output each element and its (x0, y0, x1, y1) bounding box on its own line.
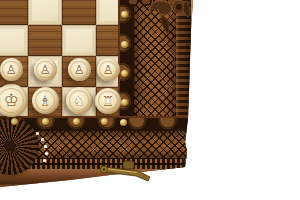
pawn-glyph: ♙ (74, 64, 85, 76)
inlay-dot (45, 152, 48, 155)
square-e4 (0, 0, 28, 25)
inlay-dot (36, 132, 39, 135)
square-e3 (0, 25, 28, 56)
brass-pin (121, 11, 128, 18)
square-g3 (62, 25, 96, 56)
piece-white-pawn-h2: ♙ (97, 58, 120, 81)
rook-glyph: ♖ (102, 94, 115, 108)
inlay-dot (43, 159, 46, 162)
inlay-dot (41, 138, 44, 141)
brass-pin (73, 118, 80, 125)
piece-white-pawn-f2: ♙ (34, 58, 57, 81)
piece-white-pawn-g2: ♙ (68, 58, 91, 81)
inlay-dot (44, 145, 47, 148)
pawn-glyph: ♙ (6, 64, 17, 76)
piece-white-bishop-f1: ♗ (32, 87, 59, 114)
brass-pin (121, 70, 128, 77)
piece-white-rook-h1: ♖ (95, 88, 121, 114)
carved-crest-icon (148, 0, 193, 35)
brass-latch-icon (92, 158, 162, 186)
brass-pin (42, 118, 49, 125)
bishop-glyph: ♗ (39, 94, 52, 108)
brass-pin (121, 99, 128, 106)
king-glyph: ♔ (3, 92, 18, 109)
square-f3 (28, 25, 62, 56)
brass-pin (121, 41, 128, 48)
pawn-glyph: ♙ (40, 64, 51, 76)
square-g4 (62, 0, 96, 25)
brass-pin (11, 118, 18, 125)
pawn-glyph: ♙ (103, 64, 114, 76)
piece-white-pawn-e2: ♙ (0, 58, 23, 81)
brass-pin (120, 119, 127, 126)
photo-of-chess-box: ♔♗♘♖♙♙♙♙ (0, 0, 300, 200)
knight-glyph: ♘ (73, 94, 86, 108)
piece-white-knight-g1: ♘ (66, 87, 93, 114)
brass-pin (101, 118, 108, 125)
square-f4 (28, 0, 62, 25)
